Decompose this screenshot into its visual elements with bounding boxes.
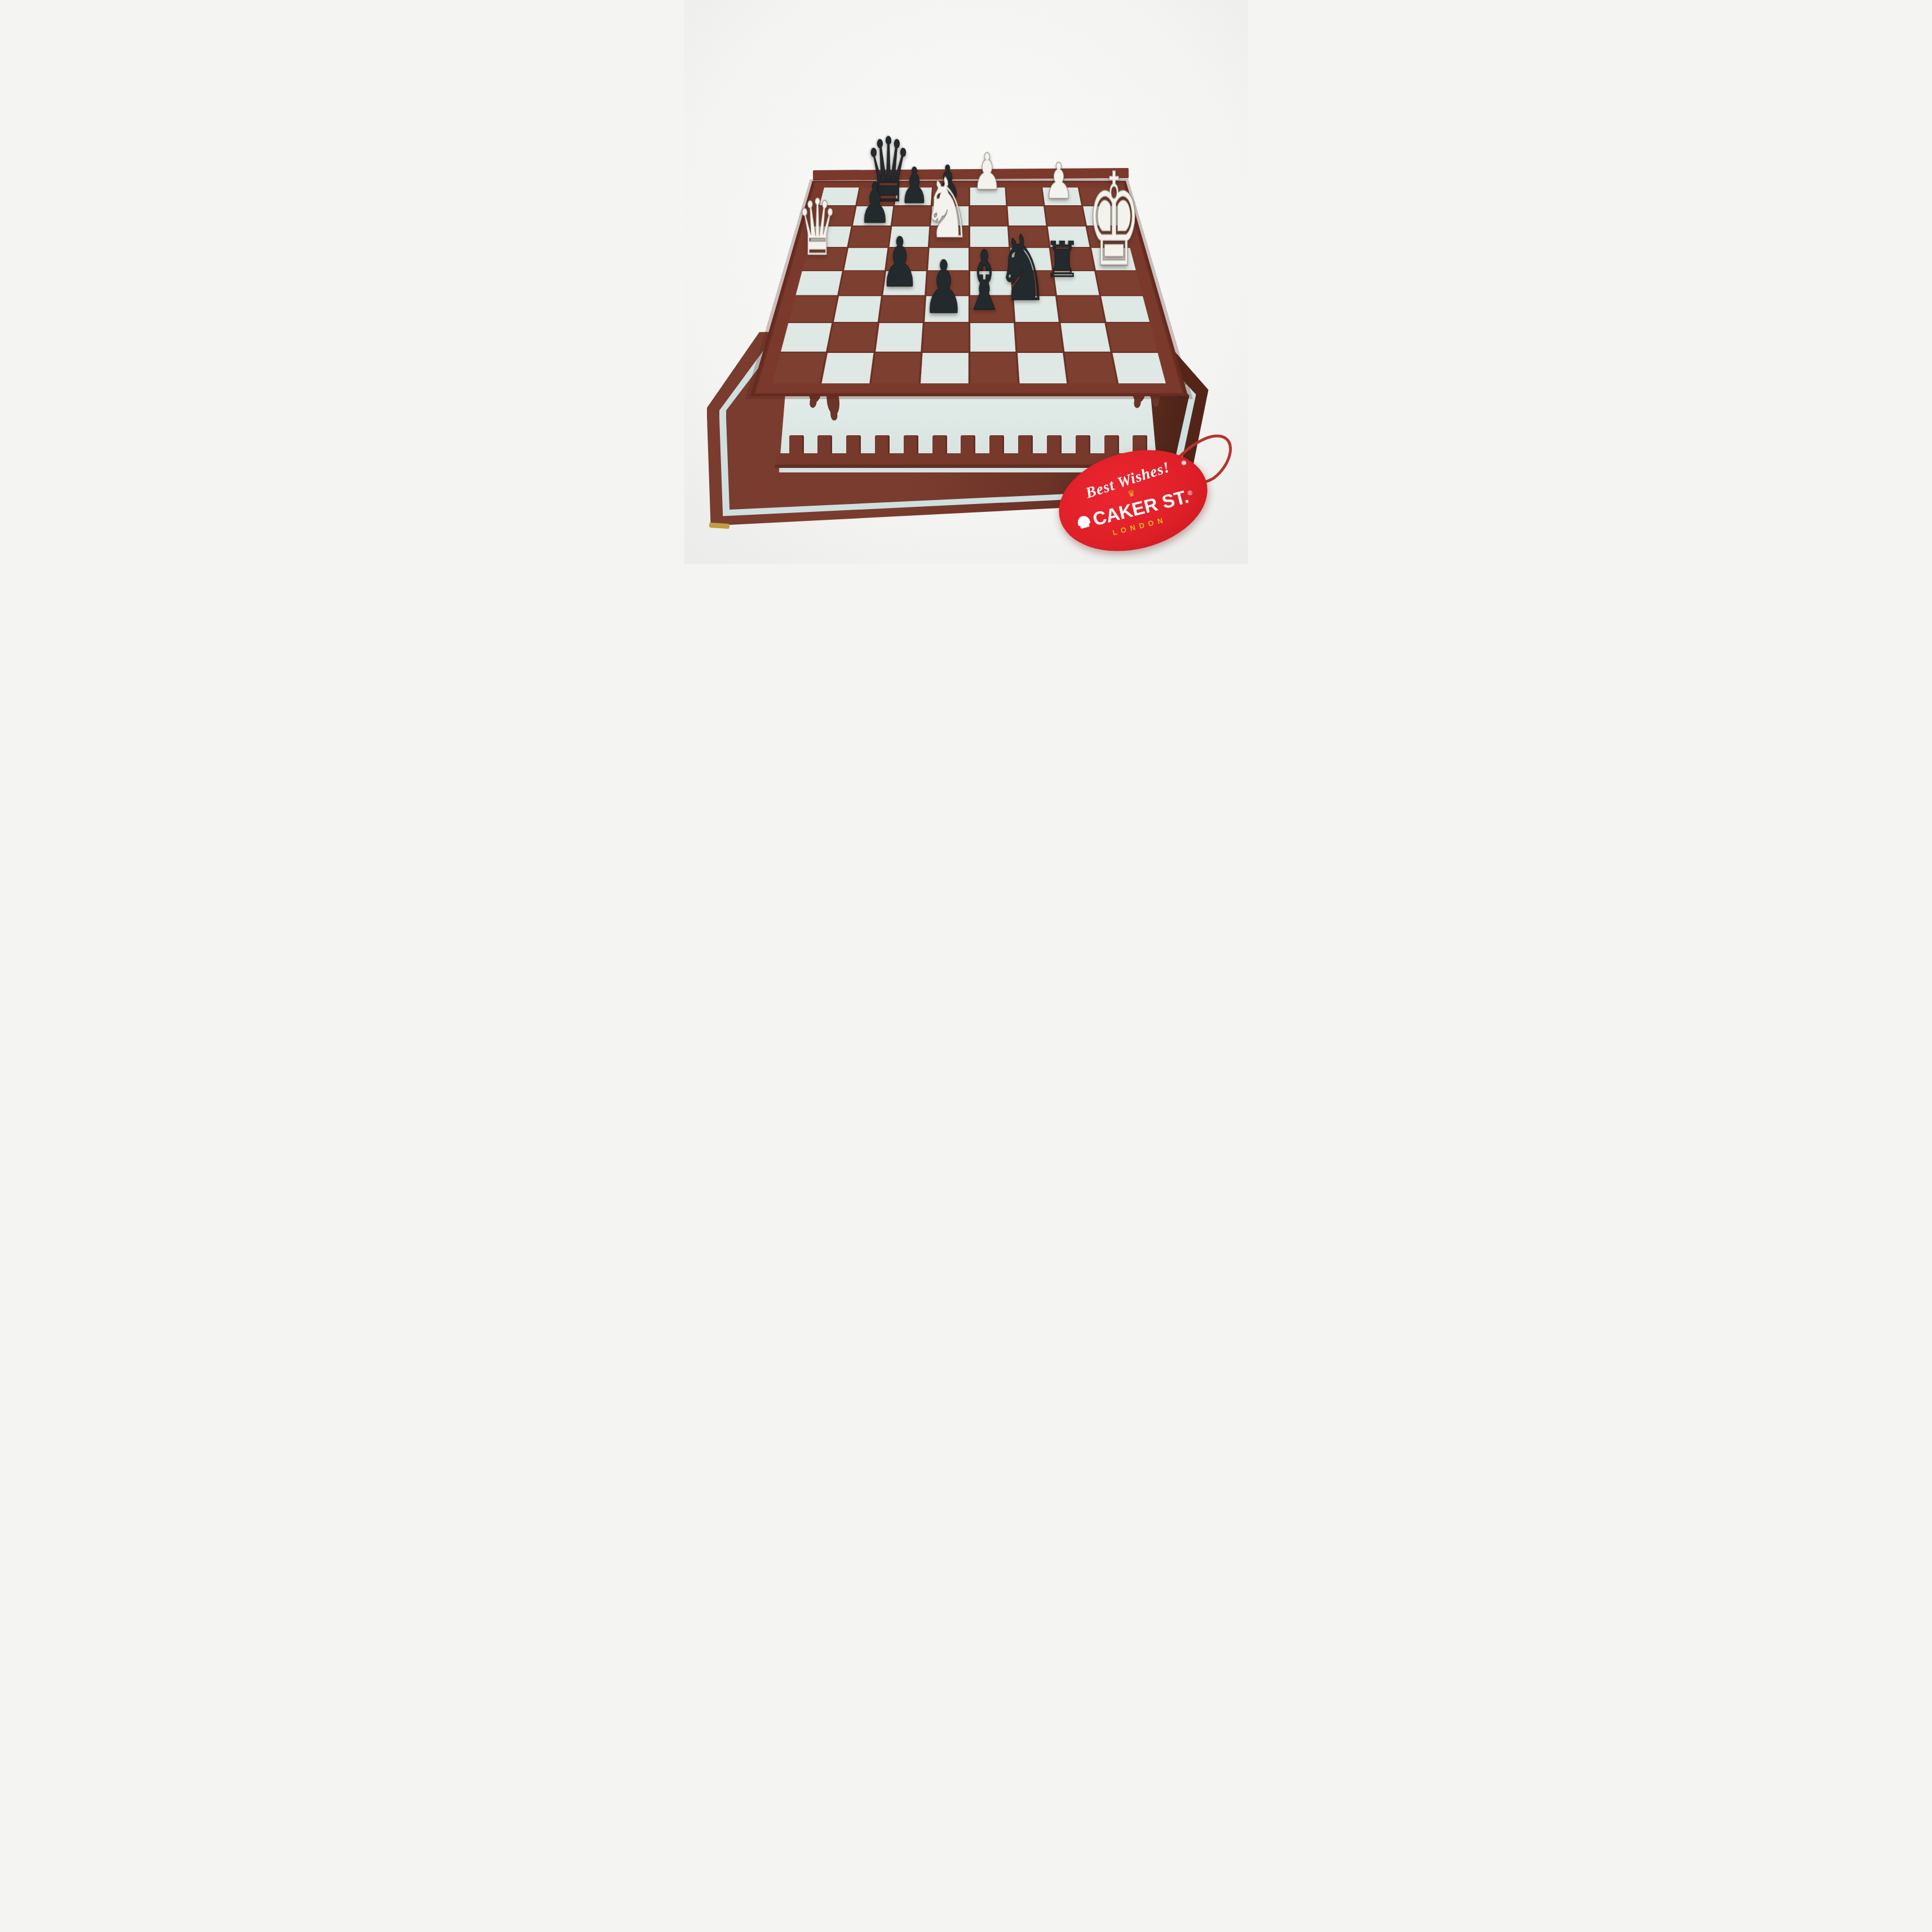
chef-hat-icon [1076,514,1090,526]
piece-white-pawn-g8[interactable]: ♟ [1044,157,1073,206]
piece-black-bishop-e2[interactable]: ♝ [963,240,1005,322]
tag-hole [1181,459,1187,466]
photo-stage: ♟♟♟♟♛♟♞♛♚♜♟♞♟♝ Best Wishes! ♛ CAKER ST.®… [684,0,1248,564]
piece-black-pawn-d2[interactable]: ♟ [923,251,965,325]
piece-white-queen-a5[interactable]: ♛ [797,189,837,267]
piece-black-rook-g4[interactable]: ♜ [1044,236,1080,285]
piece-black-pawn-c3[interactable]: ♟ [880,229,919,298]
piece-white-king-h4[interactable]: ♚ [1087,156,1141,285]
piece-white-pawn-e8[interactable]: ♟ [972,147,1001,197]
crown-icon: ♛ [1126,488,1136,498]
